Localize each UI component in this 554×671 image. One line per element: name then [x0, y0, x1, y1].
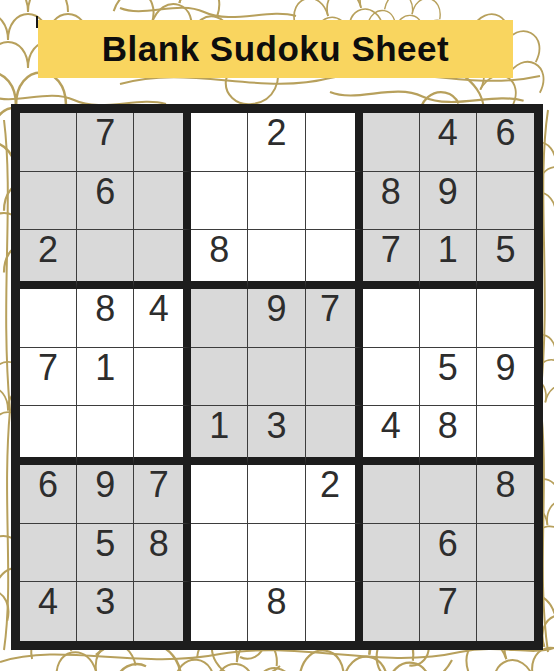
cell-r7c5[interactable]: [248, 465, 305, 524]
cell-r3c6[interactable]: [306, 230, 363, 289]
cell-r1c4[interactable]: [191, 113, 248, 172]
cell-r6c1[interactable]: [20, 406, 77, 465]
cell-r4c1[interactable]: [20, 289, 77, 348]
cell-r3c9[interactable]: 5: [477, 230, 534, 289]
cell-r5c5[interactable]: [248, 348, 305, 407]
cell-r2c6[interactable]: [306, 172, 363, 231]
cell-r8c6[interactable]: [306, 524, 363, 583]
cell-r3c7[interactable]: 7: [363, 230, 420, 289]
cell-r4c3[interactable]: 4: [134, 289, 191, 348]
cell-r3c2[interactable]: [77, 230, 134, 289]
cell-r8c1[interactable]: [20, 524, 77, 583]
cell-r6c7[interactable]: 4: [363, 406, 420, 465]
cell-r3c3[interactable]: [134, 230, 191, 289]
cell-r3c1[interactable]: 2: [20, 230, 77, 289]
cell-r7c9[interactable]: 8: [477, 465, 534, 524]
cell-r7c3[interactable]: 7: [134, 465, 191, 524]
cell-r6c5[interactable]: 3: [248, 406, 305, 465]
cell-r4c4[interactable]: [191, 289, 248, 348]
cell-r8c3[interactable]: 8: [134, 524, 191, 583]
cell-r5c3[interactable]: [134, 348, 191, 407]
cell-r8c9[interactable]: [477, 524, 534, 583]
cell-r1c9[interactable]: 6: [477, 113, 534, 172]
cell-r9c2[interactable]: 3: [77, 582, 134, 641]
cell-r2c9[interactable]: [477, 172, 534, 231]
cell-r5c1[interactable]: 7: [20, 348, 77, 407]
cell-r4c8[interactable]: [420, 289, 477, 348]
cell-r2c3[interactable]: [134, 172, 191, 231]
cell-r8c5[interactable]: [248, 524, 305, 583]
cell-r9c1[interactable]: 4: [20, 582, 77, 641]
cell-r3c4[interactable]: 8: [191, 230, 248, 289]
cell-r9c4[interactable]: [191, 582, 248, 641]
cell-r7c6[interactable]: 2: [306, 465, 363, 524]
cell-r1c5[interactable]: 2: [248, 113, 305, 172]
cell-r6c4[interactable]: 1: [191, 406, 248, 465]
page-title: Blank Sudoku Sheet: [102, 29, 449, 69]
cell-r2c1[interactable]: [20, 172, 77, 231]
cell-r1c2[interactable]: 7: [77, 113, 134, 172]
cell-r2c2[interactable]: 6: [77, 172, 134, 231]
cell-r4c2[interactable]: 8: [77, 289, 134, 348]
cell-r2c8[interactable]: 9: [420, 172, 477, 231]
sudoku-grid: 724668928715849771591348697285864387: [11, 104, 543, 650]
cell-r9c5[interactable]: 8: [248, 582, 305, 641]
title-banner: Blank Sudoku Sheet: [38, 20, 513, 78]
cell-r1c7[interactable]: [363, 113, 420, 172]
cell-r7c7[interactable]: [363, 465, 420, 524]
cell-r3c8[interactable]: 1: [420, 230, 477, 289]
cell-r6c2[interactable]: [77, 406, 134, 465]
cell-r3c5[interactable]: [248, 230, 305, 289]
cell-r9c7[interactable]: [363, 582, 420, 641]
cell-r4c5[interactable]: 9: [248, 289, 305, 348]
cell-r7c4[interactable]: [191, 465, 248, 524]
cell-r2c4[interactable]: [191, 172, 248, 231]
cell-r1c3[interactable]: [134, 113, 191, 172]
cell-r7c8[interactable]: [420, 465, 477, 524]
cell-r6c9[interactable]: [477, 406, 534, 465]
cell-r1c6[interactable]: [306, 113, 363, 172]
cell-r8c2[interactable]: 5: [77, 524, 134, 583]
cell-r6c3[interactable]: [134, 406, 191, 465]
cell-r5c6[interactable]: [306, 348, 363, 407]
cell-r8c8[interactable]: 6: [420, 524, 477, 583]
cell-r1c8[interactable]: 4: [420, 113, 477, 172]
cell-r6c8[interactable]: 8: [420, 406, 477, 465]
cell-r7c2[interactable]: 9: [77, 465, 134, 524]
sudoku-sheet-page: Blank Sudoku Sheet 724668928715849771591…: [0, 0, 554, 671]
cell-r9c8[interactable]: 7: [420, 582, 477, 641]
cell-r9c6[interactable]: [306, 582, 363, 641]
cell-r5c4[interactable]: [191, 348, 248, 407]
cell-r6c6[interactable]: [306, 406, 363, 465]
cell-r9c3[interactable]: [134, 582, 191, 641]
cell-r2c7[interactable]: 8: [363, 172, 420, 231]
cell-r2c5[interactable]: [248, 172, 305, 231]
cell-r5c8[interactable]: 5: [420, 348, 477, 407]
cell-r1c1[interactable]: [20, 113, 77, 172]
cell-r5c9[interactable]: 9: [477, 348, 534, 407]
cell-r8c4[interactable]: [191, 524, 248, 583]
cell-r7c1[interactable]: 6: [20, 465, 77, 524]
cell-r9c9[interactable]: [477, 582, 534, 641]
cell-r4c9[interactable]: [477, 289, 534, 348]
cell-r5c2[interactable]: 1: [77, 348, 134, 407]
cell-r4c7[interactable]: [363, 289, 420, 348]
cell-r5c7[interactable]: [363, 348, 420, 407]
cell-r8c7[interactable]: [363, 524, 420, 583]
cell-r4c6[interactable]: 7: [306, 289, 363, 348]
